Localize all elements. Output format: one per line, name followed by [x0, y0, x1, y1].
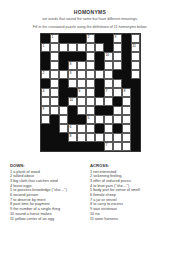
grid-cell[interactable] — [95, 115, 104, 124]
grid-cell[interactable] — [131, 61, 140, 70]
grid-cell[interactable] — [77, 79, 86, 88]
grid-cell[interactable]: 1 — [50, 34, 59, 43]
grid-cell[interactable]: 4 — [41, 88, 50, 97]
block-cell — [41, 61, 50, 70]
across-heading: ACROSS: — [90, 163, 180, 168]
clue-number: 7 — [105, 143, 107, 147]
block-cell — [59, 142, 68, 151]
grid-cell[interactable]: 7 — [104, 88, 113, 97]
block-cell — [131, 79, 140, 88]
crossword-grid-container: 1291111032346781095687 — [40, 33, 141, 152]
block-cell — [68, 142, 77, 151]
grid-cell[interactable] — [104, 97, 113, 106]
grid-cell[interactable]: 5 — [86, 115, 95, 124]
grid-cell[interactable] — [59, 124, 68, 133]
block-cell — [50, 133, 59, 142]
grid-cell[interactable] — [113, 43, 122, 52]
grid-cell[interactable] — [86, 133, 95, 142]
grid-cell[interactable] — [50, 70, 59, 79]
grid-cell[interactable] — [113, 115, 122, 124]
block-cell — [41, 124, 50, 133]
block-cell — [95, 142, 104, 151]
grid-cell[interactable] — [113, 133, 122, 142]
grid-cell[interactable] — [41, 97, 50, 106]
grid-cell[interactable]: 1 — [41, 43, 50, 52]
grid-cell[interactable] — [95, 43, 104, 52]
grid-cell[interactable]: 8 — [68, 133, 77, 142]
down-clues-column: DOWN: 1 a plank of wood2 talked about3 b… — [0, 163, 86, 221]
clue-across-11: 11 oxen harness — [90, 217, 180, 222]
grid-cell[interactable] — [122, 142, 131, 151]
clue-number: 6 — [78, 89, 80, 93]
grid-cell[interactable]: 3 — [68, 70, 77, 79]
grid-cell[interactable]: 11 — [131, 43, 140, 52]
grid-cell[interactable] — [86, 79, 95, 88]
grid-cell[interactable] — [95, 133, 104, 142]
clue-number: 2 — [87, 35, 89, 39]
grid-cell[interactable] — [86, 88, 95, 97]
grid-cell[interactable] — [86, 124, 95, 133]
block-cell — [86, 142, 95, 151]
grid-cell[interactable]: 7 — [104, 142, 113, 151]
grid-cell[interactable] — [104, 61, 113, 70]
grid-cell[interactable] — [77, 106, 86, 115]
grid-cell[interactable]: 6 — [77, 88, 86, 97]
puzzle-instruction: Fill in the crossword puzzle using the d… — [0, 25, 180, 29]
block-cell — [95, 79, 104, 88]
grid-cell[interactable] — [50, 52, 59, 61]
grid-cell[interactable] — [95, 70, 104, 79]
grid-cell[interactable] — [95, 97, 104, 106]
grid-cell[interactable] — [86, 70, 95, 79]
grid-cell[interactable] — [77, 124, 86, 133]
page-title: HOMONYMS — [0, 9, 180, 15]
block-cell — [68, 52, 77, 61]
grid-cell[interactable]: 10 — [68, 97, 77, 106]
block-cell — [59, 97, 68, 106]
grid-cell[interactable] — [59, 43, 68, 52]
grid-cell[interactable] — [50, 88, 59, 97]
grid-cell[interactable] — [122, 115, 131, 124]
grid-cell[interactable] — [59, 70, 68, 79]
grid-cell[interactable] — [77, 97, 86, 106]
block-cell — [95, 61, 104, 70]
grid-cell[interactable] — [131, 70, 140, 79]
block-cell — [95, 34, 104, 43]
down-heading: DOWN: — [10, 163, 86, 168]
block-cell — [68, 115, 77, 124]
grid-cell[interactable]: 2 — [41, 70, 50, 79]
block-cell — [68, 88, 77, 97]
grid-cell[interactable]: 6 — [68, 124, 77, 133]
clue-number: 2 — [42, 71, 44, 75]
block-cell — [59, 34, 68, 43]
clue-lists: DOWN: 1 a plank of wood2 talked about3 b… — [0, 163, 180, 221]
clue-number: 9 — [114, 35, 116, 39]
grid-cell[interactable] — [113, 106, 122, 115]
grid-cell[interactable] — [113, 142, 122, 151]
clue-number: 3 — [69, 62, 71, 66]
block-cell — [95, 106, 104, 115]
block-cell — [50, 142, 59, 151]
clue-number: 8 — [123, 89, 125, 93]
grid-cell[interactable] — [86, 97, 95, 106]
grid-cell[interactable]: 9 — [41, 106, 50, 115]
clue-number: 11 — [132, 44, 136, 48]
page-subtitle: are words that sound the same but have d… — [0, 17, 180, 21]
grid-cell[interactable] — [104, 79, 113, 88]
block-cell — [113, 124, 122, 133]
across-clues-column: ACROSS: 1 not interested2 sickening feel… — [86, 163, 180, 221]
grid-cell[interactable] — [59, 115, 68, 124]
grid-cell[interactable] — [77, 61, 86, 70]
grid-cell[interactable] — [77, 70, 86, 79]
grid-cell[interactable]: 3 — [68, 61, 77, 70]
clue-number: 1 — [51, 35, 53, 39]
grid-cell[interactable] — [50, 79, 59, 88]
grid-cell[interactable] — [131, 52, 140, 61]
grid-cell[interactable] — [122, 97, 131, 106]
block-cell — [77, 115, 86, 124]
block-cell — [113, 70, 122, 79]
grid-cell[interactable] — [86, 52, 95, 61]
clue-number: 6 — [69, 125, 71, 129]
block-cell — [104, 34, 113, 43]
block-cell — [77, 34, 86, 43]
crossword-grid: 1291111032346781095687 — [40, 33, 141, 152]
block-cell — [131, 88, 140, 97]
clue-number: 9 — [42, 107, 44, 111]
block-cell — [122, 79, 131, 88]
grid-cell[interactable] — [122, 106, 131, 115]
block-cell — [122, 61, 131, 70]
block-cell — [131, 124, 140, 133]
block-cell — [59, 61, 68, 70]
grid-cell[interactable] — [41, 115, 50, 124]
clue-number: 10 — [69, 98, 73, 102]
grid-cell[interactable] — [68, 43, 77, 52]
grid-cell[interactable] — [113, 52, 122, 61]
grid-cell[interactable] — [59, 106, 68, 115]
block-cell — [59, 52, 68, 61]
block-cell — [41, 142, 50, 151]
block-cell — [131, 142, 140, 151]
grid-cell[interactable] — [50, 43, 59, 52]
block-cell — [131, 133, 140, 142]
block-cell — [131, 115, 140, 124]
grid-cell[interactable] — [77, 133, 86, 142]
grid-cell[interactable] — [104, 70, 113, 79]
block-cell — [59, 79, 68, 88]
clue-number: 1 — [42, 44, 44, 48]
block-cell — [122, 43, 131, 52]
block-cell — [41, 133, 50, 142]
clue-number: 3 — [69, 71, 71, 75]
clue-down-11: 11 yellow center of an egg — [10, 217, 86, 222]
down-clue-list: 1 a plank of wood2 talked about3 big clo… — [10, 170, 86, 222]
grid-cell[interactable] — [86, 43, 95, 52]
grid-cell[interactable] — [122, 133, 131, 142]
block-cell — [131, 97, 140, 106]
block-cell — [77, 52, 86, 61]
block-cell — [41, 79, 50, 88]
block-cell — [50, 115, 59, 124]
block-cell — [122, 70, 131, 79]
block-cell — [131, 106, 140, 115]
block-cell — [104, 43, 113, 52]
block-cell — [68, 106, 77, 115]
block-cell — [95, 124, 104, 133]
block-cell — [41, 34, 50, 43]
block-cell — [59, 133, 68, 142]
grid-cell[interactable] — [77, 43, 86, 52]
block-cell — [50, 124, 59, 133]
clue-number: 10 — [105, 53, 109, 57]
grid-cell[interactable] — [104, 115, 113, 124]
grid-cell[interactable] — [104, 124, 113, 133]
clue-number: 4 — [42, 89, 44, 93]
block-cell — [41, 52, 50, 61]
block-cell — [122, 52, 131, 61]
clue-number: 8 — [69, 134, 71, 138]
block-cell — [68, 34, 77, 43]
worksheet-header: HOMONYMS are words that sound the same b… — [0, 0, 180, 29]
grid-cell[interactable] — [86, 61, 95, 70]
grid-cell[interactable] — [131, 34, 140, 43]
grid-cell[interactable]: 8 — [122, 88, 131, 97]
clue-number: 5 — [87, 116, 89, 120]
grid-cell[interactable] — [68, 79, 77, 88]
block-cell — [122, 34, 131, 43]
grid-cell[interactable]: 2 — [86, 34, 95, 43]
block-cell — [113, 97, 122, 106]
grid-cell[interactable] — [113, 79, 122, 88]
block-cell — [59, 88, 68, 97]
grid-cell[interactable]: 9 — [113, 34, 122, 43]
block-cell — [104, 106, 113, 115]
grid-cell[interactable] — [86, 106, 95, 115]
grid-cell[interactable] — [104, 133, 113, 142]
grid-cell[interactable]: 10 — [104, 52, 113, 61]
grid-cell[interactable] — [113, 88, 122, 97]
clue-number: 7 — [105, 89, 107, 93]
block-cell — [77, 142, 86, 151]
grid-cell[interactable] — [122, 124, 131, 133]
across-clue-list: 1 not interested2 sickening feeling3 off… — [90, 170, 180, 222]
grid-cell[interactable] — [50, 106, 59, 115]
block-cell — [95, 52, 104, 61]
grid-cell[interactable] — [113, 61, 122, 70]
block-cell — [95, 88, 104, 97]
grid-cell[interactable] — [50, 97, 59, 106]
grid-cell[interactable] — [50, 61, 59, 70]
